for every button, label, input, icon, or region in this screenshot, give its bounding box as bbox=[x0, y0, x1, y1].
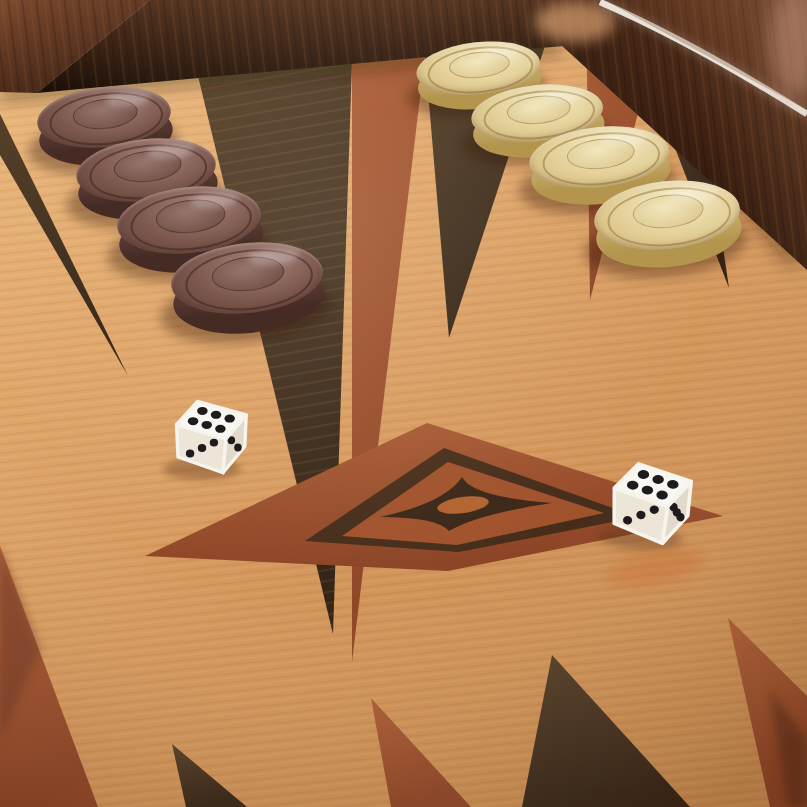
backgammon-board-photo bbox=[0, 0, 807, 807]
brown-checker-4[interactable] bbox=[168, 235, 329, 340]
pieces-layer bbox=[0, 0, 807, 807]
ivory-checker-4[interactable] bbox=[591, 174, 745, 275]
